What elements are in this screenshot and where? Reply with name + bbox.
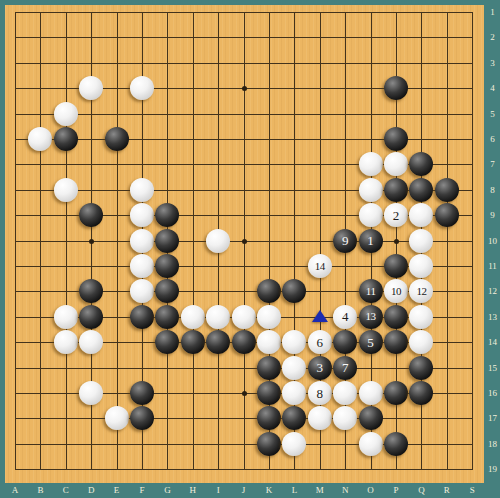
stone-white-N16[interactable] bbox=[333, 381, 357, 405]
stone-black-P13[interactable] bbox=[384, 305, 408, 329]
stone-black-P8[interactable] bbox=[384, 178, 408, 202]
column-label-O: O bbox=[363, 483, 379, 498]
stone-black-K16[interactable] bbox=[257, 381, 281, 405]
frame-border-left bbox=[0, 0, 5, 498]
column-label-N: N bbox=[337, 483, 353, 498]
stone-white-K14[interactable] bbox=[257, 330, 281, 354]
row-label-4: 4 bbox=[485, 82, 500, 94]
row-label-13: 13 bbox=[485, 311, 500, 323]
stone-black-J14[interactable] bbox=[232, 330, 256, 354]
stone-white-I13[interactable] bbox=[206, 305, 230, 329]
stone-black-O12[interactable]: 11 bbox=[359, 279, 383, 303]
star-point-P10 bbox=[394, 239, 399, 244]
column-label-S: S bbox=[464, 483, 480, 498]
row-label-7: 7 bbox=[485, 158, 500, 170]
stone-black-P11[interactable] bbox=[384, 254, 408, 278]
stone-black-F16[interactable] bbox=[130, 381, 154, 405]
move-number-label: 9 bbox=[342, 234, 349, 247]
stone-white-O18[interactable] bbox=[359, 432, 383, 456]
stone-black-O14[interactable]: 5 bbox=[359, 330, 383, 354]
stone-white-C8[interactable] bbox=[54, 178, 78, 202]
stone-white-E17[interactable] bbox=[105, 406, 129, 430]
stone-black-O10[interactable]: 1 bbox=[359, 229, 383, 253]
row-label-12: 12 bbox=[485, 285, 500, 297]
column-label-A: A bbox=[7, 483, 23, 498]
stone-white-D16[interactable] bbox=[79, 381, 103, 405]
stone-black-P14[interactable] bbox=[384, 330, 408, 354]
column-label-M: M bbox=[312, 483, 328, 498]
stone-black-K15[interactable] bbox=[257, 356, 281, 380]
go-app-window: 2911411101241365378ABCDEFGHIJKLMNOPQRS12… bbox=[0, 0, 500, 498]
column-label-F: F bbox=[134, 483, 150, 498]
stone-black-H14[interactable] bbox=[181, 330, 205, 354]
stone-white-F9[interactable] bbox=[130, 203, 154, 227]
move-number-label: 3 bbox=[317, 361, 324, 374]
stone-white-K13[interactable] bbox=[257, 305, 281, 329]
stone-black-O17[interactable] bbox=[359, 406, 383, 430]
stone-white-O16[interactable] bbox=[359, 381, 383, 405]
stone-black-P6[interactable] bbox=[384, 127, 408, 151]
stone-white-P9[interactable]: 2 bbox=[384, 203, 408, 227]
column-label-J: J bbox=[236, 483, 252, 498]
stone-white-O8[interactable] bbox=[359, 178, 383, 202]
triangle-marker-M13 bbox=[312, 310, 328, 322]
star-point-J16 bbox=[242, 391, 247, 396]
stone-white-M11[interactable]: 14 bbox=[308, 254, 332, 278]
stone-white-L15[interactable] bbox=[282, 356, 306, 380]
row-label-14: 14 bbox=[485, 336, 500, 348]
column-label-E: E bbox=[109, 483, 125, 498]
star-point-J4 bbox=[242, 86, 247, 91]
row-label-18: 18 bbox=[485, 438, 500, 450]
move-number-label: 1 bbox=[367, 234, 374, 247]
row-label-9: 9 bbox=[485, 209, 500, 221]
column-label-G: G bbox=[159, 483, 175, 498]
column-label-P: P bbox=[388, 483, 404, 498]
stone-black-O13[interactable]: 13 bbox=[359, 305, 383, 329]
row-label-16: 16 bbox=[485, 387, 500, 399]
stone-white-O9[interactable] bbox=[359, 203, 383, 227]
move-number-label: 13 bbox=[366, 311, 376, 322]
move-number-label: 14 bbox=[315, 261, 325, 272]
row-label-11: 11 bbox=[485, 260, 500, 272]
stone-white-J13[interactable] bbox=[232, 305, 256, 329]
row-label-17: 17 bbox=[485, 412, 500, 424]
move-number-label: 11 bbox=[366, 286, 376, 297]
stone-white-F8[interactable] bbox=[130, 178, 154, 202]
stone-black-N10[interactable]: 9 bbox=[333, 229, 357, 253]
move-number-label: 5 bbox=[367, 336, 374, 349]
stone-black-P4[interactable] bbox=[384, 76, 408, 100]
stone-white-C14[interactable] bbox=[54, 330, 78, 354]
stone-white-M16[interactable]: 8 bbox=[308, 381, 332, 405]
stone-white-H13[interactable] bbox=[181, 305, 205, 329]
column-label-K: K bbox=[261, 483, 277, 498]
move-number-label: 7 bbox=[342, 361, 349, 374]
row-label-5: 5 bbox=[485, 108, 500, 120]
stone-white-F11[interactable] bbox=[130, 254, 154, 278]
stone-white-N13[interactable]: 4 bbox=[333, 305, 357, 329]
stone-black-N15[interactable]: 7 bbox=[333, 356, 357, 380]
row-label-6: 6 bbox=[485, 133, 500, 145]
stone-black-Q15[interactable] bbox=[409, 356, 433, 380]
column-label-R: R bbox=[439, 483, 455, 498]
column-label-D: D bbox=[83, 483, 99, 498]
stone-white-I10[interactable] bbox=[206, 229, 230, 253]
row-label-15: 15 bbox=[485, 362, 500, 374]
move-number-label: 12 bbox=[416, 286, 426, 297]
stone-white-M14[interactable]: 6 bbox=[308, 330, 332, 354]
stone-black-M15[interactable]: 3 bbox=[308, 356, 332, 380]
stone-black-G10[interactable] bbox=[155, 229, 179, 253]
move-number-label: 8 bbox=[317, 387, 324, 400]
move-number-label: 10 bbox=[391, 286, 401, 297]
stone-black-P18[interactable] bbox=[384, 432, 408, 456]
row-label-3: 3 bbox=[485, 57, 500, 69]
stone-black-C6[interactable] bbox=[54, 127, 78, 151]
row-label-1: 1 bbox=[485, 6, 500, 18]
stone-white-Q10[interactable] bbox=[409, 229, 433, 253]
column-label-L: L bbox=[286, 483, 302, 498]
stone-black-R9[interactable] bbox=[435, 203, 459, 227]
column-label-I: I bbox=[210, 483, 226, 498]
row-label-10: 10 bbox=[485, 235, 500, 247]
stone-black-K18[interactable] bbox=[257, 432, 281, 456]
stone-black-D13[interactable] bbox=[79, 305, 103, 329]
stone-white-C13[interactable] bbox=[54, 305, 78, 329]
stone-black-R8[interactable] bbox=[435, 178, 459, 202]
stone-black-P16[interactable] bbox=[384, 381, 408, 405]
column-label-B: B bbox=[32, 483, 48, 498]
row-label-8: 8 bbox=[485, 184, 500, 196]
frame-border-top bbox=[0, 0, 500, 5]
move-number-label: 4 bbox=[342, 310, 349, 323]
column-label-C: C bbox=[58, 483, 74, 498]
stone-black-F13[interactable] bbox=[130, 305, 154, 329]
column-label-Q: Q bbox=[413, 483, 429, 498]
stone-white-C5[interactable] bbox=[54, 102, 78, 126]
stone-black-E6[interactable] bbox=[105, 127, 129, 151]
move-number-label: 2 bbox=[393, 209, 400, 222]
row-label-2: 2 bbox=[485, 31, 500, 43]
stone-white-O7[interactable] bbox=[359, 152, 383, 176]
star-point-D10 bbox=[89, 239, 94, 244]
column-label-H: H bbox=[185, 483, 201, 498]
row-label-19: 19 bbox=[485, 463, 500, 475]
star-point-J10 bbox=[242, 239, 247, 244]
stone-white-F10[interactable] bbox=[130, 229, 154, 253]
stone-white-F4[interactable] bbox=[130, 76, 154, 100]
move-number-label: 6 bbox=[317, 336, 324, 349]
